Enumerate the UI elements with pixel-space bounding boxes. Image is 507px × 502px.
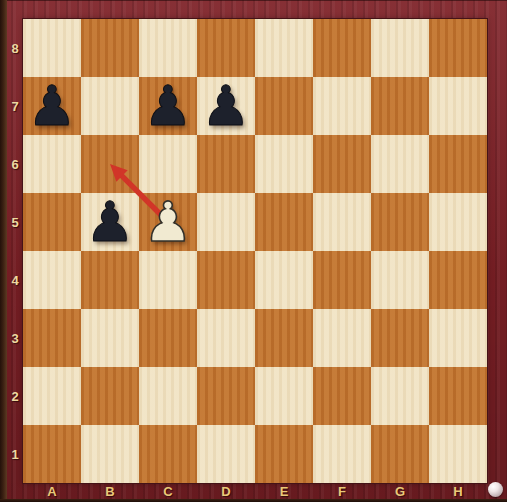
rank-label-4: 4 [7,251,23,309]
square-e2[interactable] [255,367,313,425]
black-pawn[interactable]: ♟ [23,77,81,135]
square-h2[interactable] [429,367,487,425]
board-grid: ♟♟♟♟♟ [23,19,487,483]
frame-top-edge [0,0,507,1]
square-f4[interactable] [313,251,371,309]
square-g7[interactable] [371,77,429,135]
square-d7[interactable]: ♟ [197,77,255,135]
square-h1[interactable] [429,425,487,483]
square-e7[interactable] [255,77,313,135]
square-d5[interactable] [197,193,255,251]
square-a2[interactable] [23,367,81,425]
rank-label-2: 2 [7,367,23,425]
square-a8[interactable] [23,19,81,77]
rank-label-5: 5 [7,193,23,251]
square-g5[interactable] [371,193,429,251]
rank-label-1: 1 [7,425,23,483]
rank-label-8: 8 [7,19,23,77]
square-f8[interactable] [313,19,371,77]
square-f3[interactable] [313,309,371,367]
square-g2[interactable] [371,367,429,425]
square-e8[interactable] [255,19,313,77]
black-pawn[interactable]: ♟ [139,77,197,135]
square-a6[interactable] [23,135,81,193]
square-a4[interactable] [23,251,81,309]
white-to-move-indicator [488,482,503,497]
square-b1[interactable] [81,425,139,483]
square-f1[interactable] [313,425,371,483]
square-b7[interactable] [81,77,139,135]
square-f2[interactable] [313,367,371,425]
square-c5[interactable]: ♟ [139,193,197,251]
square-d1[interactable] [197,425,255,483]
square-g6[interactable] [371,135,429,193]
square-e5[interactable] [255,193,313,251]
square-c7[interactable]: ♟ [139,77,197,135]
square-f7[interactable] [313,77,371,135]
file-label-c: C [139,483,197,500]
file-label-f: F [313,483,371,500]
square-d4[interactable] [197,251,255,309]
black-pawn[interactable]: ♟ [197,77,255,135]
square-g3[interactable] [371,309,429,367]
square-b8[interactable] [81,19,139,77]
square-h3[interactable] [429,309,487,367]
file-label-b: B [81,483,139,500]
square-e6[interactable] [255,135,313,193]
square-e4[interactable] [255,251,313,309]
square-a1[interactable] [23,425,81,483]
file-label-h: H [429,483,487,500]
square-e1[interactable] [255,425,313,483]
square-d6[interactable] [197,135,255,193]
square-e3[interactable] [255,309,313,367]
white-pawn[interactable]: ♟ [139,193,197,251]
chess-app-window: 87654321 ♟♟♟♟♟ ABCDEFGH [0,0,507,502]
square-d8[interactable] [197,19,255,77]
file-label-e: E [255,483,313,500]
square-c8[interactable] [139,19,197,77]
rank-label-3: 3 [7,309,23,367]
square-c6[interactable] [139,135,197,193]
square-g1[interactable] [371,425,429,483]
square-g4[interactable] [371,251,429,309]
square-d2[interactable] [197,367,255,425]
file-label-d: D [197,483,255,500]
square-h5[interactable] [429,193,487,251]
square-c3[interactable] [139,309,197,367]
rank-label-6: 6 [7,135,23,193]
square-g8[interactable] [371,19,429,77]
square-a7[interactable]: ♟ [23,77,81,135]
square-a3[interactable] [23,309,81,367]
square-f5[interactable] [313,193,371,251]
square-h6[interactable] [429,135,487,193]
rank-label-7: 7 [7,77,23,135]
rank-labels: 87654321 [0,19,23,483]
file-label-a: A [23,483,81,500]
board: ♟♟♟♟♟ [23,19,487,483]
black-pawn[interactable]: ♟ [81,193,139,251]
square-b6[interactable] [81,135,139,193]
square-b4[interactable] [81,251,139,309]
square-b3[interactable] [81,309,139,367]
square-b5[interactable]: ♟ [81,193,139,251]
square-c4[interactable] [139,251,197,309]
square-h7[interactable] [429,77,487,135]
square-h4[interactable] [429,251,487,309]
square-a5[interactable] [23,193,81,251]
square-h8[interactable] [429,19,487,77]
square-c2[interactable] [139,367,197,425]
file-labels: ABCDEFGH [23,483,487,500]
file-label-g: G [371,483,429,500]
square-b2[interactable] [81,367,139,425]
square-f6[interactable] [313,135,371,193]
square-d3[interactable] [197,309,255,367]
square-c1[interactable] [139,425,197,483]
